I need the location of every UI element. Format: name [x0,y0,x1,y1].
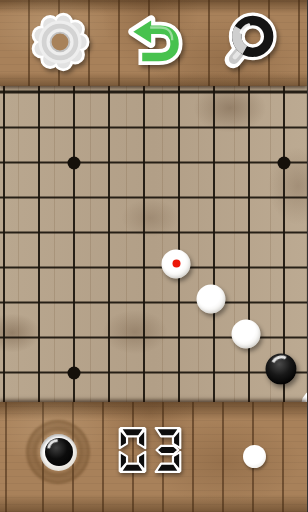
white-stone [302,389,308,402]
last-move-marker [172,260,180,268]
white-tray-stone [243,445,266,468]
gear-icon [30,12,90,72]
stone-highlight [268,352,296,380]
top-toolbar [0,0,307,86]
zoom-button[interactable] [219,12,279,72]
star-point [68,156,81,169]
star-point [68,366,81,379]
white-stone [232,319,261,348]
move-counter [117,425,183,475]
white-stone [162,249,191,278]
white-stone [197,284,226,313]
undo-button[interactable] [122,12,184,72]
magnifier-icon [219,12,279,72]
star-point [278,156,291,169]
game-board[interactable] [0,86,307,402]
black-turn-stone [45,438,73,466]
counter-digit [152,425,183,475]
bottom-status-bar [0,402,307,512]
game-screen [0,0,307,512]
settings-button[interactable] [30,12,90,72]
counter-digit [117,425,148,475]
black-stone [266,353,297,384]
undo-arrow-icon [122,12,184,72]
